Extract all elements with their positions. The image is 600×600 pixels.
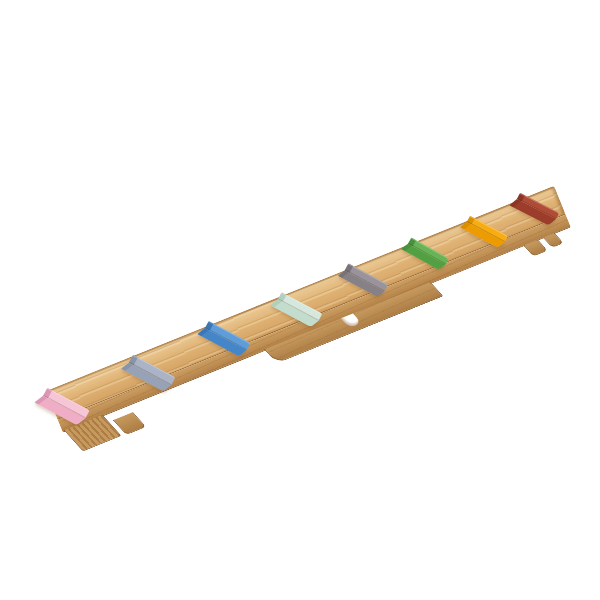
product-photo-stage [0,0,600,600]
balance-board [46,186,588,475]
board-underside [64,227,599,464]
right-foot-2 [543,233,564,248]
